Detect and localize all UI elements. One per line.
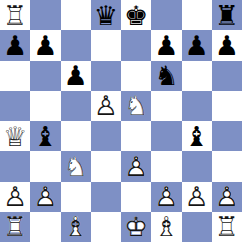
square-a3[interactable] — [0, 151, 30, 181]
square-h2[interactable]: ♟♙ — [212, 182, 242, 212]
square-h6[interactable] — [212, 61, 242, 91]
square-f3[interactable] — [151, 151, 181, 181]
square-e7[interactable] — [121, 30, 151, 60]
piece-fill-layer: ♝ — [30, 121, 60, 151]
square-g1[interactable] — [182, 212, 212, 242]
square-g5[interactable] — [182, 91, 212, 121]
square-h4[interactable] — [212, 121, 242, 151]
square-c4[interactable] — [61, 121, 91, 151]
piece-outline-layer: ♗ — [61, 212, 91, 242]
square-g7[interactable]: ♟ — [182, 30, 212, 60]
square-f5[interactable] — [151, 91, 181, 121]
piece-outline-layer: ♙ — [91, 91, 121, 121]
piece-outline-layer: ♖ — [0, 212, 30, 242]
square-f1[interactable]: ♝♗ — [151, 212, 181, 242]
square-d5[interactable]: ♟♙ — [91, 91, 121, 121]
piece-outline-layer: ♙ — [182, 182, 212, 212]
piece-outline-layer: ♔ — [121, 212, 151, 242]
square-a8[interactable]: ♜♖ — [0, 0, 30, 30]
white-king[interactable]: ♚♔ — [121, 212, 151, 242]
piece-outline-layer: ♖ — [212, 212, 242, 242]
square-g4[interactable]: ♝ — [182, 121, 212, 151]
square-d7[interactable] — [91, 30, 121, 60]
white-knight[interactable]: ♞♘ — [121, 91, 151, 121]
piece-outline-layer: ♘ — [121, 91, 151, 121]
black-knight[interactable]: ♞ — [151, 61, 181, 91]
piece-outline-layer: ♕ — [0, 121, 30, 151]
piece-fill-layer: ♟ — [151, 30, 181, 60]
square-b3[interactable] — [30, 151, 60, 181]
white-pawn[interactable]: ♟♙ — [0, 182, 30, 212]
black-bishop[interactable]: ♝ — [30, 121, 60, 151]
square-d2[interactable] — [91, 182, 121, 212]
square-a1[interactable]: ♜♖ — [0, 212, 30, 242]
piece-fill-layer: ♚ — [121, 0, 151, 30]
square-a7[interactable]: ♟ — [0, 30, 30, 60]
square-d1[interactable] — [91, 212, 121, 242]
piece-fill-layer: ♟ — [30, 30, 60, 60]
square-c1[interactable]: ♝♗ — [61, 212, 91, 242]
white-rook[interactable]: ♜♖ — [212, 212, 242, 242]
square-c7[interactable] — [61, 30, 91, 60]
piece-fill-layer: ♝ — [182, 121, 212, 151]
square-a4[interactable]: ♛♕ — [0, 121, 30, 151]
piece-outline-layer: ♙ — [121, 151, 151, 181]
square-g8[interactable] — [182, 0, 212, 30]
square-b6[interactable] — [30, 61, 60, 91]
black-pawn[interactable]: ♟ — [151, 30, 181, 60]
white-pawn[interactable]: ♟♙ — [212, 182, 242, 212]
square-c3[interactable]: ♞♘ — [61, 151, 91, 181]
square-d8[interactable]: ♛ — [91, 0, 121, 30]
piece-outline-layer: ♗ — [151, 212, 181, 242]
square-h8[interactable]: ♜ — [212, 0, 242, 30]
piece-outline-layer: ♙ — [151, 182, 181, 212]
square-f8[interactable] — [151, 0, 181, 30]
black-rook[interactable]: ♜ — [212, 0, 242, 30]
piece-fill-layer: ♟ — [182, 30, 212, 60]
square-b2[interactable]: ♟♙ — [30, 182, 60, 212]
square-c8[interactable] — [61, 0, 91, 30]
square-h5[interactable] — [212, 91, 242, 121]
square-e8[interactable]: ♚ — [121, 0, 151, 30]
square-g2[interactable]: ♟♙ — [182, 182, 212, 212]
white-rook[interactable]: ♜♖ — [0, 0, 30, 30]
white-queen[interactable]: ♛♕ — [0, 121, 30, 151]
square-e2[interactable] — [121, 182, 151, 212]
square-c5[interactable] — [61, 91, 91, 121]
white-knight[interactable]: ♞♘ — [61, 151, 91, 181]
piece-fill-layer: ♛ — [91, 0, 121, 30]
square-d3[interactable] — [91, 151, 121, 181]
black-queen[interactable]: ♛ — [91, 0, 121, 30]
square-a5[interactable] — [0, 91, 30, 121]
black-pawn[interactable]: ♟ — [30, 30, 60, 60]
piece-fill-layer: ♟ — [0, 30, 30, 60]
piece-fill-layer: ♞ — [151, 61, 181, 91]
white-bishop[interactable]: ♝♗ — [151, 212, 181, 242]
square-b4[interactable]: ♝ — [30, 121, 60, 151]
square-g3[interactable] — [182, 151, 212, 181]
white-pawn[interactable]: ♟♙ — [121, 151, 151, 181]
square-e1[interactable]: ♚♔ — [121, 212, 151, 242]
square-f2[interactable]: ♟♙ — [151, 182, 181, 212]
piece-fill-layer: ♟ — [212, 30, 242, 60]
piece-outline-layer: ♖ — [0, 0, 30, 30]
black-bishop[interactable]: ♝ — [182, 121, 212, 151]
piece-outline-layer: ♙ — [0, 182, 30, 212]
chess-board: ♜♖♛♚♜♟♟♟♟♟♟♞♟♙♞♘♛♕♝♝♞♘♟♙♟♙♟♙♟♙♟♙♟♙♜♖♝♗♚♔… — [0, 0, 242, 242]
piece-outline-layer: ♙ — [30, 182, 60, 212]
black-pawn[interactable]: ♟ — [0, 30, 30, 60]
square-h1[interactable]: ♜♖ — [212, 212, 242, 242]
square-e3[interactable]: ♟♙ — [121, 151, 151, 181]
square-f6[interactable]: ♞ — [151, 61, 181, 91]
square-d6[interactable] — [91, 61, 121, 91]
square-b7[interactable]: ♟ — [30, 30, 60, 60]
black-pawn[interactable]: ♟ — [212, 30, 242, 60]
white-pawn[interactable]: ♟♙ — [91, 91, 121, 121]
square-b5[interactable] — [30, 91, 60, 121]
black-king[interactable]: ♚ — [121, 0, 151, 30]
square-d4[interactable] — [91, 121, 121, 151]
piece-fill-layer: ♟ — [61, 61, 91, 91]
square-f7[interactable]: ♟ — [151, 30, 181, 60]
square-h7[interactable]: ♟ — [212, 30, 242, 60]
piece-outline-layer: ♘ — [61, 151, 91, 181]
square-f4[interactable] — [151, 121, 181, 151]
piece-outline-layer: ♙ — [212, 182, 242, 212]
square-e6[interactable] — [121, 61, 151, 91]
square-a2[interactable]: ♟♙ — [0, 182, 30, 212]
square-c6[interactable]: ♟ — [61, 61, 91, 91]
white-bishop[interactable]: ♝♗ — [61, 212, 91, 242]
black-pawn[interactable]: ♟ — [61, 61, 91, 91]
square-a6[interactable] — [0, 61, 30, 91]
square-h3[interactable] — [212, 151, 242, 181]
square-e4[interactable] — [121, 121, 151, 151]
square-e5[interactable]: ♞♘ — [121, 91, 151, 121]
square-c2[interactable] — [61, 182, 91, 212]
white-pawn[interactable]: ♟♙ — [30, 182, 60, 212]
square-b1[interactable] — [30, 212, 60, 242]
black-pawn[interactable]: ♟ — [182, 30, 212, 60]
square-b8[interactable] — [30, 0, 60, 30]
piece-fill-layer: ♜ — [212, 0, 242, 30]
white-rook[interactable]: ♜♖ — [0, 212, 30, 242]
white-pawn[interactable]: ♟♙ — [182, 182, 212, 212]
white-pawn[interactable]: ♟♙ — [151, 182, 181, 212]
square-g6[interactable] — [182, 61, 212, 91]
